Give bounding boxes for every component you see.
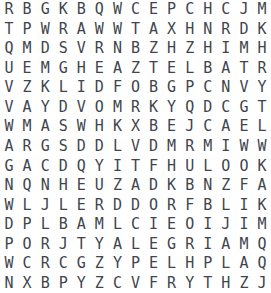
grid-cell[interactable]: L: [108, 215, 126, 235]
grid-cell[interactable]: S: [54, 117, 72, 137]
grid-cell[interactable]: C: [18, 254, 36, 274]
grid-cell[interactable]: H: [181, 254, 199, 274]
grid-cell[interactable]: B: [18, 0, 36, 20]
grid-cell[interactable]: Q: [253, 234, 271, 254]
grid-cell[interactable]: E: [145, 0, 163, 20]
grid-cell[interactable]: C: [217, 98, 235, 118]
grid-cell[interactable]: N: [0, 273, 18, 293]
grid-cell[interactable]: D: [0, 215, 18, 235]
grid-cell[interactable]: O: [145, 195, 163, 215]
grid-cell[interactable]: Z: [18, 78, 36, 98]
grid-cell[interactable]: H: [181, 20, 199, 40]
grid-cell[interactable]: L: [199, 156, 217, 176]
grid-cell[interactable]: B: [199, 59, 217, 79]
grid-cell[interactable]: P: [126, 254, 144, 274]
grid-cell[interactable]: T: [126, 20, 144, 40]
grid-cell[interactable]: A: [217, 59, 235, 79]
grid-cell[interactable]: V: [72, 98, 90, 118]
grid-cell[interactable]: A: [72, 20, 90, 40]
grid-cell[interactable]: R: [0, 0, 18, 20]
grid-cell[interactable]: E: [90, 59, 108, 79]
grid-cell[interactable]: C: [54, 254, 72, 274]
grid-cell[interactable]: R: [217, 20, 235, 40]
grid-cell[interactable]: Z: [145, 39, 163, 59]
grid-cell[interactable]: C: [199, 78, 217, 98]
grid-cell[interactable]: I: [235, 215, 253, 235]
grid-cell[interactable]: W: [235, 137, 253, 157]
grid-cell[interactable]: A: [0, 137, 18, 157]
grid-cell[interactable]: A: [18, 98, 36, 118]
grid-cell[interactable]: N: [199, 20, 217, 40]
grid-cell[interactable]: T: [199, 273, 217, 293]
grid-cell[interactable]: T: [126, 156, 144, 176]
grid-cell[interactable]: D: [90, 78, 108, 98]
grid-cell[interactable]: G: [36, 137, 54, 157]
grid-cell[interactable]: B: [145, 78, 163, 98]
grid-cell[interactable]: H: [163, 39, 181, 59]
grid-cell[interactable]: D: [72, 137, 90, 157]
grid-cell[interactable]: M: [36, 59, 54, 79]
grid-cell[interactable]: O: [90, 98, 108, 118]
grid-cell[interactable]: E: [163, 59, 181, 79]
grid-cell[interactable]: H: [253, 39, 271, 59]
grid-cell[interactable]: I: [217, 137, 235, 157]
grid-cell[interactable]: N: [199, 176, 217, 196]
grid-cell[interactable]: O: [235, 156, 253, 176]
grid-cell[interactable]: R: [90, 39, 108, 59]
grid-cell[interactable]: G: [54, 59, 72, 79]
grid-cell[interactable]: N: [0, 176, 18, 196]
grid-cell[interactable]: X: [18, 273, 36, 293]
grid-cell[interactable]: L: [18, 195, 36, 215]
grid-cell[interactable]: T: [253, 98, 271, 118]
grid-cell[interactable]: E: [145, 234, 163, 254]
grid-cell[interactable]: Z: [90, 254, 108, 274]
grid-cell[interactable]: M: [235, 234, 253, 254]
grid-cell[interactable]: Q: [90, 0, 108, 20]
grid-cell[interactable]: Q: [0, 39, 18, 59]
grid-cell[interactable]: C: [126, 0, 144, 20]
grid-cell[interactable]: K: [145, 98, 163, 118]
grid-cell[interactable]: N: [108, 39, 126, 59]
grid-cell[interactable]: F: [145, 273, 163, 293]
grid-cell[interactable]: C: [181, 0, 199, 20]
grid-cell[interactable]: Z: [90, 273, 108, 293]
grid-cell[interactable]: K: [163, 176, 181, 196]
grid-cell[interactable]: V: [72, 39, 90, 59]
grid-cell[interactable]: U: [0, 59, 18, 79]
grid-cell[interactable]: H: [199, 0, 217, 20]
grid-cell[interactable]: R: [163, 195, 181, 215]
grid-cell[interactable]: V: [126, 273, 144, 293]
grid-cell[interactable]: M: [253, 0, 271, 20]
grid-cell[interactable]: W: [0, 254, 18, 274]
grid-cell[interactable]: P: [181, 78, 199, 98]
grid-cell[interactable]: Y: [163, 98, 181, 118]
grid-cell[interactable]: A: [253, 176, 271, 196]
grid-cell[interactable]: W: [0, 195, 18, 215]
grid-cell[interactable]: D: [54, 156, 72, 176]
grid-cell[interactable]: P: [163, 0, 181, 20]
grid-cell[interactable]: P: [18, 215, 36, 235]
grid-cell[interactable]: G: [36, 0, 54, 20]
grid-cell[interactable]: K: [253, 20, 271, 40]
grid-cell[interactable]: O: [126, 78, 144, 98]
grid-cell[interactable]: F: [145, 156, 163, 176]
grid-cell[interactable]: R: [54, 20, 72, 40]
grid-cell[interactable]: A: [235, 254, 253, 274]
grid-cell[interactable]: W: [72, 117, 90, 137]
grid-cell[interactable]: D: [108, 195, 126, 215]
grid-cell[interactable]: W: [108, 0, 126, 20]
grid-cell[interactable]: M: [90, 215, 108, 235]
grid-cell[interactable]: J: [235, 0, 253, 20]
grid-cell[interactable]: H: [199, 39, 217, 59]
word-search-board: RBGKBQWCEPCHCJMTPWRAWWTAXHNRDKQMDSVRNBZH…: [0, 0, 271, 293]
grid-cell[interactable]: J: [253, 273, 271, 293]
grid-cell[interactable]: Z: [108, 176, 126, 196]
grid-cell[interactable]: Z: [126, 59, 144, 79]
grid-cell[interactable]: N: [36, 176, 54, 196]
grid-cell[interactable]: P: [18, 20, 36, 40]
grid-cell[interactable]: G: [0, 156, 18, 176]
grid-cell[interactable]: F: [181, 195, 199, 215]
grid-cell[interactable]: Q: [181, 98, 199, 118]
grid-cell[interactable]: A: [217, 117, 235, 137]
grid-cell[interactable]: E: [18, 59, 36, 79]
grid-cell[interactable]: R: [163, 273, 181, 293]
grid-cell[interactable]: P: [54, 273, 72, 293]
grid-cell[interactable]: L: [217, 195, 235, 215]
grid-cell[interactable]: H: [72, 59, 90, 79]
grid-cell[interactable]: L: [253, 117, 271, 137]
grid-cell[interactable]: D: [54, 98, 72, 118]
grid-cell[interactable]: M: [253, 215, 271, 235]
grid-cell[interactable]: O: [181, 215, 199, 235]
grid-cell[interactable]: W: [36, 20, 54, 40]
grid-cell[interactable]: P: [199, 254, 217, 274]
grid-cell[interactable]: A: [18, 156, 36, 176]
grid-cell[interactable]: Z: [235, 273, 253, 293]
grid-cell[interactable]: I: [108, 156, 126, 176]
grid-cell[interactable]: L: [108, 137, 126, 157]
grid-cell[interactable]: H: [217, 273, 235, 293]
grid-cell[interactable]: V: [126, 137, 144, 157]
grid-cell[interactable]: T: [235, 59, 253, 79]
grid-cell[interactable]: M: [18, 39, 36, 59]
grid-cell[interactable]: E: [72, 176, 90, 196]
grid-cell[interactable]: D: [90, 137, 108, 157]
grid-cell[interactable]: R: [18, 137, 36, 157]
grid-cell[interactable]: W: [253, 137, 271, 157]
grid-cell[interactable]: C: [108, 273, 126, 293]
grid-cell[interactable]: A: [72, 215, 90, 235]
grid-cell[interactable]: I: [72, 78, 90, 98]
grid-cell[interactable]: R: [36, 254, 54, 274]
grid-cell[interactable]: Y: [181, 273, 199, 293]
grid-cell[interactable]: G: [163, 234, 181, 254]
grid-cell[interactable]: L: [36, 215, 54, 235]
grid-cell[interactable]: K: [253, 156, 271, 176]
grid-cell[interactable]: D: [145, 137, 163, 157]
grid-cell[interactable]: I: [235, 195, 253, 215]
grid-cell[interactable]: M: [235, 39, 253, 59]
grid-cell[interactable]: T: [145, 59, 163, 79]
grid-cell[interactable]: J: [217, 215, 235, 235]
grid-cell[interactable]: R: [126, 98, 144, 118]
grid-cell[interactable]: G: [235, 98, 253, 118]
grid-cell[interactable]: Y: [253, 78, 271, 98]
grid-cell[interactable]: S: [54, 39, 72, 59]
grid-cell[interactable]: V: [0, 98, 18, 118]
grid-cell[interactable]: O: [18, 234, 36, 254]
grid-cell[interactable]: D: [235, 20, 253, 40]
grid-cell[interactable]: Y: [108, 254, 126, 274]
grid-cell[interactable]: N: [217, 78, 235, 98]
grid-cell[interactable]: A: [217, 234, 235, 254]
grid-cell[interactable]: S: [54, 137, 72, 157]
grid-cell[interactable]: J: [36, 195, 54, 215]
grid-cell[interactable]: L: [181, 59, 199, 79]
grid-cell[interactable]: M: [199, 137, 217, 157]
grid-cell[interactable]: H: [54, 176, 72, 196]
grid-cell[interactable]: L: [126, 234, 144, 254]
grid-cell[interactable]: T: [0, 20, 18, 40]
grid-cell[interactable]: M: [163, 137, 181, 157]
grid-cell[interactable]: X: [163, 20, 181, 40]
grid-cell[interactable]: B: [199, 195, 217, 215]
grid-cell[interactable]: I: [217, 39, 235, 59]
grid-cell[interactable]: W: [90, 20, 108, 40]
grid-cell[interactable]: D: [126, 195, 144, 215]
grid-cell[interactable]: B: [126, 39, 144, 59]
grid-cell[interactable]: B: [54, 215, 72, 235]
grid-cell[interactable]: A: [108, 234, 126, 254]
grid-cell[interactable]: Y: [90, 234, 108, 254]
grid-cell[interactable]: B: [72, 0, 90, 20]
grid-cell[interactable]: F: [108, 78, 126, 98]
grid-cell[interactable]: H: [90, 117, 108, 137]
grid-cell[interactable]: Z: [217, 176, 235, 196]
grid-cell[interactable]: C: [36, 156, 54, 176]
grid-cell[interactable]: D: [36, 39, 54, 59]
grid-cell[interactable]: W: [0, 117, 18, 137]
grid-cell[interactable]: X: [126, 117, 144, 137]
grid-cell[interactable]: Q: [18, 176, 36, 196]
grid-cell[interactable]: L: [163, 254, 181, 274]
grid-cell[interactable]: D: [199, 98, 217, 118]
grid-cell[interactable]: I: [199, 215, 217, 235]
grid-cell[interactable]: A: [145, 20, 163, 40]
grid-cell[interactable]: R: [181, 234, 199, 254]
grid-cell[interactable]: M: [18, 117, 36, 137]
grid-cell[interactable]: Y: [36, 98, 54, 118]
grid-cell[interactable]: L: [54, 78, 72, 98]
grid-cell[interactable]: Q: [253, 254, 271, 274]
grid-cell[interactable]: J: [181, 117, 199, 137]
grid-cell[interactable]: K: [253, 195, 271, 215]
grid-cell[interactable]: B: [181, 176, 199, 196]
grid-cell[interactable]: P: [0, 234, 18, 254]
grid-cell[interactable]: J: [54, 234, 72, 254]
grid-cell[interactable]: Y: [72, 273, 90, 293]
grid-cell[interactable]: H: [163, 156, 181, 176]
grid-cell[interactable]: U: [181, 156, 199, 176]
grid-cell[interactable]: U: [90, 176, 108, 196]
grid-cell[interactable]: I: [199, 234, 217, 254]
grid-cell[interactable]: K: [54, 0, 72, 20]
grid-cell[interactable]: E: [72, 195, 90, 215]
grid-cell[interactable]: E: [145, 254, 163, 274]
grid-cell[interactable]: T: [72, 234, 90, 254]
grid-cell[interactable]: W: [108, 20, 126, 40]
grid-cell[interactable]: B: [145, 117, 163, 137]
grid-cell[interactable]: Y: [90, 156, 108, 176]
grid-cell[interactable]: G: [72, 254, 90, 274]
grid-cell[interactable]: C: [126, 215, 144, 235]
grid-cell[interactable]: L: [217, 254, 235, 274]
grid-cell[interactable]: B: [36, 273, 54, 293]
grid-cell[interactable]: O: [217, 156, 235, 176]
grid-cell[interactable]: M: [108, 98, 126, 118]
grid-cell[interactable]: R: [181, 137, 199, 157]
grid-cell[interactable]: K: [36, 78, 54, 98]
grid-cell[interactable]: A: [126, 176, 144, 196]
grid-cell[interactable]: E: [163, 117, 181, 137]
grid-cell[interactable]: C: [199, 117, 217, 137]
grid-cell[interactable]: A: [108, 59, 126, 79]
grid-cell[interactable]: Z: [181, 39, 199, 59]
grid-cell[interactable]: C: [217, 0, 235, 20]
grid-cell[interactable]: G: [163, 78, 181, 98]
grid-cell[interactable]: R: [253, 59, 271, 79]
grid-cell[interactable]: Q: [72, 156, 90, 176]
grid-cell[interactable]: E: [235, 117, 253, 137]
grid-cell[interactable]: A: [36, 117, 54, 137]
grid-cell[interactable]: I: [145, 215, 163, 235]
grid-cell[interactable]: R: [90, 195, 108, 215]
grid-cell[interactable]: K: [108, 117, 126, 137]
grid-cell[interactable]: E: [163, 215, 181, 235]
grid-cell[interactable]: F: [235, 176, 253, 196]
grid-cell[interactable]: L: [54, 195, 72, 215]
grid-cell[interactable]: V: [235, 78, 253, 98]
grid-cell[interactable]: D: [145, 176, 163, 196]
grid-cell[interactable]: V: [0, 78, 18, 98]
grid-cell[interactable]: R: [36, 234, 54, 254]
